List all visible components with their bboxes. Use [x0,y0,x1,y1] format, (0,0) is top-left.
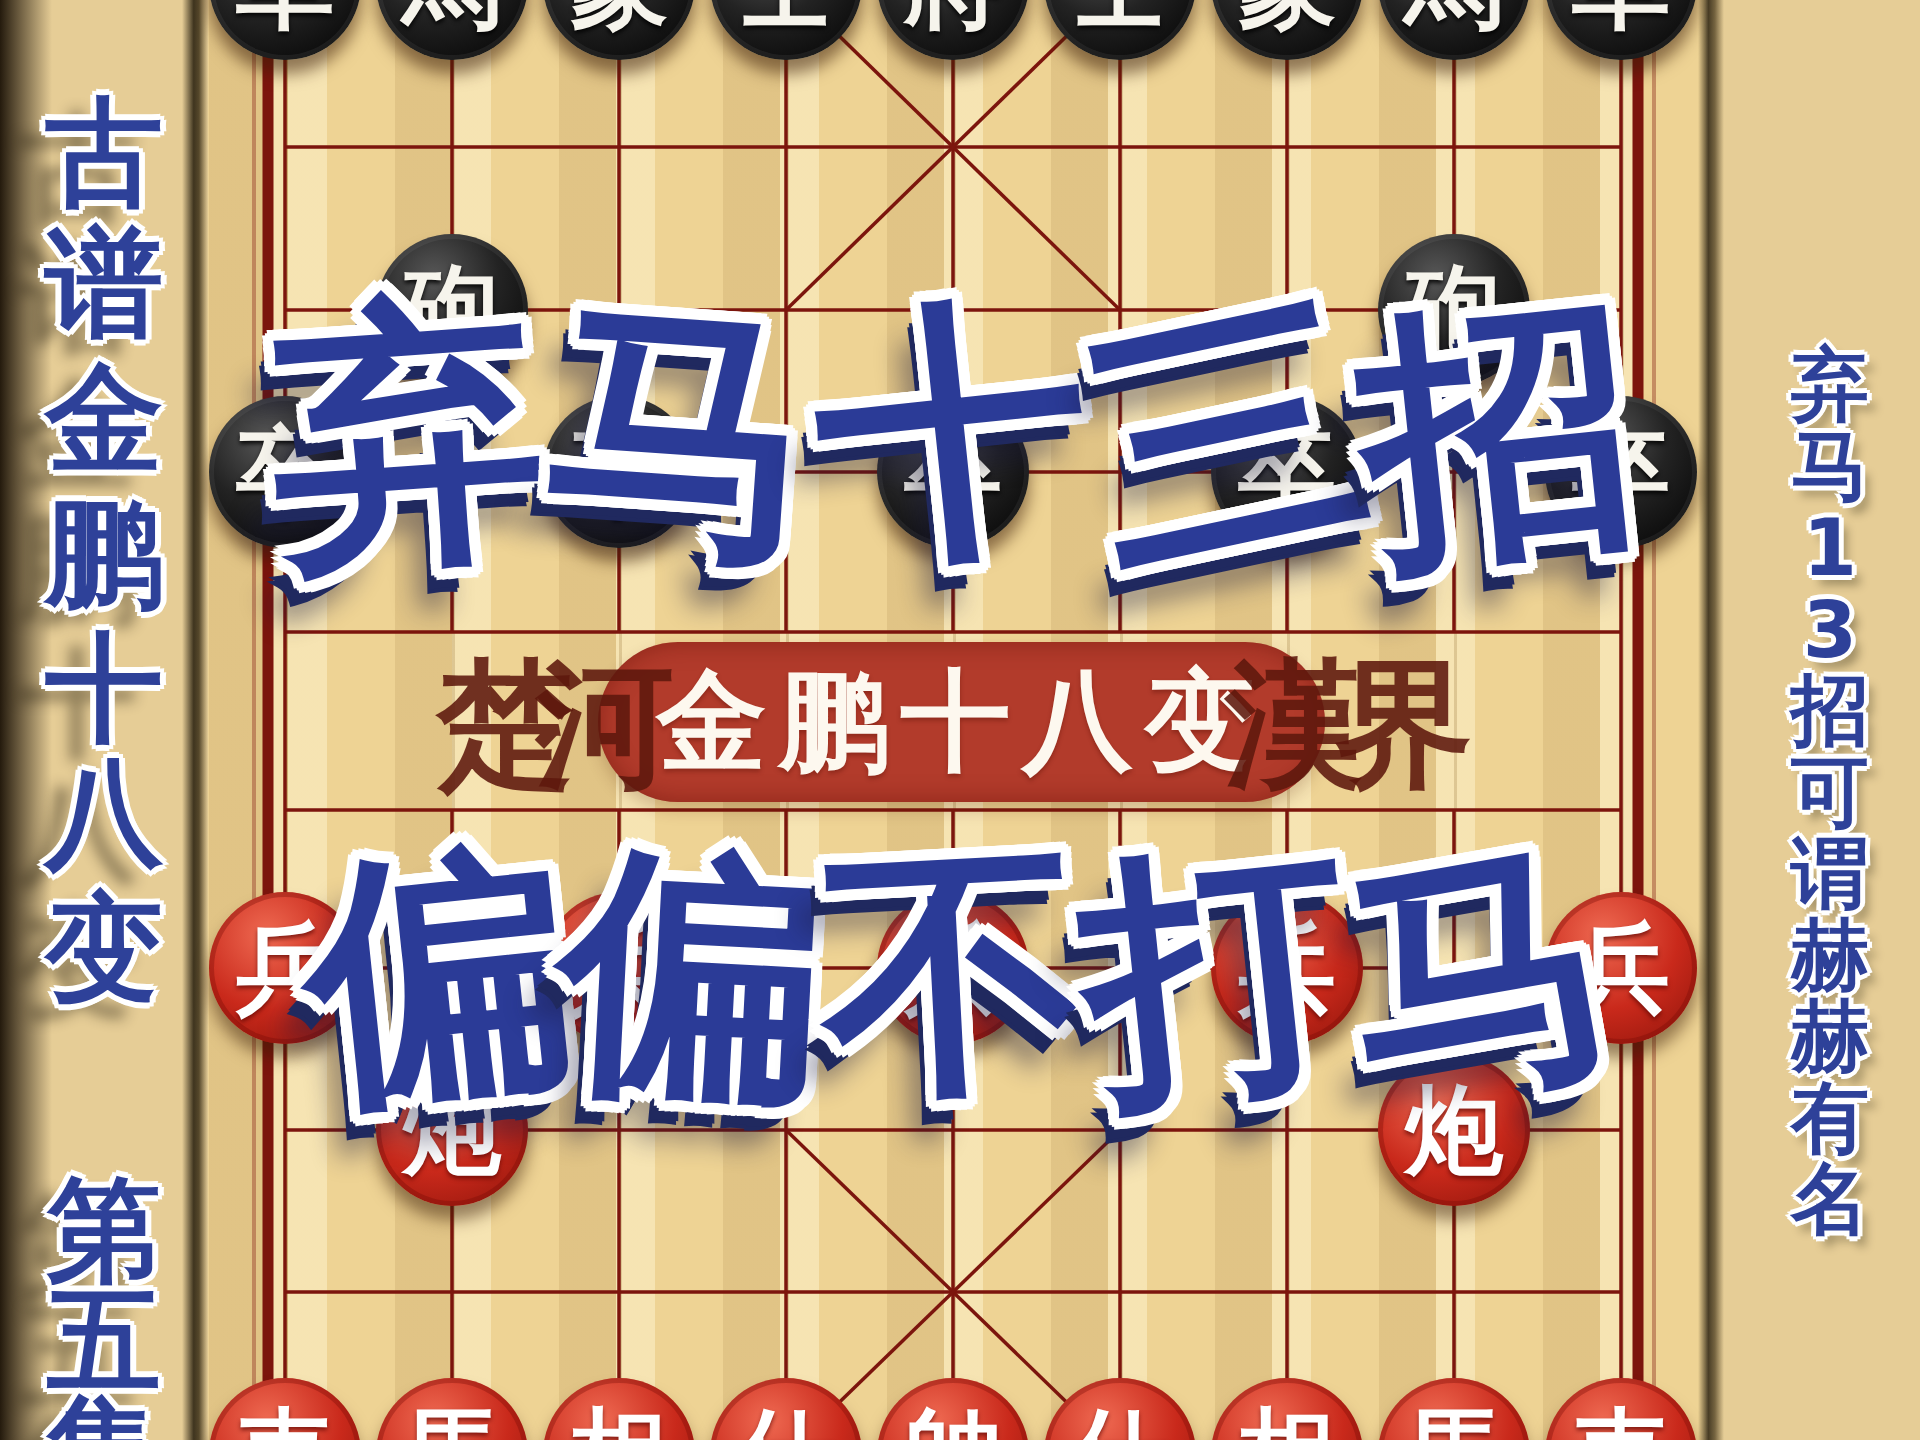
river-badge: 金鹏十八变 [598,642,1325,802]
piece-glyph: 馬 [403,1405,501,1440]
sidebar-right-char: 名 [1791,1148,1869,1253]
piece-glyph: 馬 [1405,1405,1503,1440]
video-cover: 車馬象士將士象馬車砲砲卒卒卒卒卒兵兵兵兵兵炮炮車馬相仕帥仕相馬車 楚河漢界 金鹏… [0,0,1920,1440]
title-bottom-char: 偏 [290,786,591,1170]
piece-glyph: 士 [737,0,835,33]
board-right-seam [1698,0,1724,1440]
piece-glyph: 馬 [1405,0,1503,33]
title-bottom-char: 不 [813,792,1096,1163]
river-badge-label: 金鹏十八变 [657,648,1267,797]
title-top-char: 弃 [260,244,557,629]
piece-glyph: 車 [236,0,334,33]
piece-glyph: 帥 [904,1405,1002,1440]
river-label-char: 界 [1335,633,1473,819]
piece-glyph: 相 [570,1405,668,1440]
title-top-char: 马 [533,244,830,629]
piece-glyph: 將 [904,0,1002,33]
piece-glyph: 馬 [403,0,501,33]
river-label-char: 河 [536,633,674,819]
piece-glyph: 士 [1071,0,1169,33]
piece-glyph: 車 [1572,1405,1670,1440]
title-bottom-char: 偏 [550,792,833,1163]
piece-glyph: 相 [1238,1405,1336,1440]
sidebar-right-char: 1 [1803,503,1857,593]
sidebar-left-char: 集 [47,1373,161,1440]
board-left-seam [182,0,208,1440]
piece-glyph: 象 [570,0,668,33]
piece-glyph: 仕 [1071,1405,1169,1440]
piece-glyph: 車 [1572,0,1670,33]
piece-glyph: 仕 [737,1405,835,1440]
piece-glyph: 車 [236,1405,334,1440]
sidebar-left-char: 变 [45,870,163,1030]
title-top-char: 招 [1346,240,1655,633]
piece-glyph: 象 [1238,0,1336,33]
